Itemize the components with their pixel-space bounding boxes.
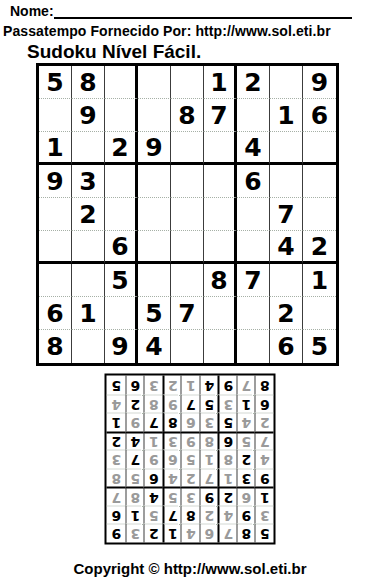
puzzle-cell-r6c2[interactable] bbox=[72, 231, 105, 264]
solution-cell-r5c8: 7 bbox=[125, 450, 144, 469]
puzzle-cell-r1c4[interactable] bbox=[138, 66, 171, 99]
puzzle-cell-r5c3[interactable] bbox=[105, 198, 138, 231]
puzzle-cell-r8c9[interactable] bbox=[303, 297, 336, 330]
solution-cell-r3c6: 5 bbox=[162, 487, 181, 506]
solution-cell-r9c6: 2 bbox=[162, 376, 181, 395]
solution-cell-r1c8: 3 bbox=[125, 524, 144, 543]
puzzle-cell-r1c8[interactable] bbox=[270, 66, 303, 99]
puzzle-cell-r3c9[interactable] bbox=[303, 132, 336, 165]
puzzle-cell-r1c9[interactable]: 9 bbox=[303, 66, 336, 99]
solution-cell-r6c1: 7 bbox=[255, 432, 274, 451]
puzzle-cell-r8c1[interactable]: 6 bbox=[39, 297, 72, 330]
solution-cell-r4c1: 9 bbox=[255, 469, 274, 488]
puzzle-cell-r3c5[interactable] bbox=[171, 132, 204, 165]
solution-cell-r9c1: 8 bbox=[255, 376, 274, 395]
puzzle-cell-r3c4[interactable]: 9 bbox=[138, 132, 171, 165]
puzzle-cell-r4c6[interactable] bbox=[204, 165, 237, 198]
solution-cell-r7c2: 4 bbox=[236, 413, 255, 432]
puzzle-cell-r5c4[interactable] bbox=[138, 198, 171, 231]
solution-cell-r8c2: 1 bbox=[236, 395, 255, 414]
puzzle-cell-r2c3[interactable] bbox=[105, 99, 138, 132]
solution-cell-r8c3: 3 bbox=[218, 395, 237, 414]
solution-cell-r9c8: 6 bbox=[125, 376, 144, 395]
puzzle-cell-r5c1[interactable] bbox=[39, 198, 72, 231]
solution-cell-r7c7: 7 bbox=[144, 413, 163, 432]
solution-cell-r4c2: 3 bbox=[236, 469, 255, 488]
solution-cell-r7c4: 3 bbox=[199, 413, 218, 432]
puzzle-cell-r6c4[interactable] bbox=[138, 231, 171, 264]
puzzle-cell-r7c4[interactable] bbox=[138, 264, 171, 297]
puzzle-cell-r1c7[interactable]: 2 bbox=[237, 66, 270, 99]
solution-cell-r8c6: 9 bbox=[162, 395, 181, 414]
puzzle-cell-r6c3[interactable]: 6 bbox=[105, 231, 138, 264]
solution-cell-r2c8: 1 bbox=[125, 506, 144, 525]
puzzle-cell-r5c8[interactable]: 7 bbox=[270, 198, 303, 231]
solution-cell-r5c9: 3 bbox=[107, 450, 126, 469]
solution-cell-r5c1: 4 bbox=[255, 450, 274, 469]
sudoku-puzzle-grid[interactable]: 581299871612949362764258716157289465 bbox=[36, 63, 339, 366]
solution-cell-r8c8: 2 bbox=[125, 395, 144, 414]
solution-cell-r5c6: 6 bbox=[162, 450, 181, 469]
solution-cell-r1c3: 7 bbox=[218, 524, 237, 543]
puzzle-cell-r1c1[interactable]: 5 bbox=[39, 66, 72, 99]
solution-cell-r8c1: 6 bbox=[255, 395, 274, 414]
puzzle-cell-r7c2[interactable] bbox=[72, 264, 105, 297]
puzzle-cell-r4c1[interactable]: 9 bbox=[39, 165, 72, 198]
puzzle-cell-r2c8[interactable]: 1 bbox=[270, 99, 303, 132]
solution-cell-r7c8: 9 bbox=[125, 413, 144, 432]
solution-cell-r4c7: 6 bbox=[144, 469, 163, 488]
puzzle-cell-r9c1[interactable]: 8 bbox=[39, 330, 72, 363]
solution-cell-r7c9: 1 bbox=[107, 413, 126, 432]
solution-cell-r5c3: 8 bbox=[218, 450, 237, 469]
puzzle-cell-r4c4[interactable] bbox=[138, 165, 171, 198]
puzzle-cell-r8c5[interactable]: 7 bbox=[171, 297, 204, 330]
solution-grid-area: 5876412393942875161629354879317246584281… bbox=[0, 374, 380, 545]
solution-cell-r1c9: 9 bbox=[107, 524, 126, 543]
puzzle-cell-r6c8[interactable]: 4 bbox=[270, 231, 303, 264]
puzzle-cell-r7c5[interactable] bbox=[171, 264, 204, 297]
solution-cell-r6c9: 2 bbox=[107, 432, 126, 451]
puzzle-cell-r7c3[interactable]: 5 bbox=[105, 264, 138, 297]
solution-cell-r7c3: 5 bbox=[218, 413, 237, 432]
solution-cell-r3c5: 3 bbox=[181, 487, 200, 506]
solution-cell-r3c2: 6 bbox=[236, 487, 255, 506]
solution-cell-r2c6: 7 bbox=[162, 506, 181, 525]
puzzle-cell-r7c8[interactable] bbox=[270, 264, 303, 297]
solution-cell-r7c5: 6 bbox=[181, 413, 200, 432]
solution-cell-r2c3: 4 bbox=[218, 506, 237, 525]
puzzle-cell-r2c5[interactable]: 8 bbox=[171, 99, 204, 132]
puzzle-cell-r3c2[interactable] bbox=[72, 132, 105, 165]
puzzle-cell-r2c4[interactable] bbox=[138, 99, 171, 132]
puzzle-cell-r1c3[interactable] bbox=[105, 66, 138, 99]
solution-cell-r1c5: 4 bbox=[181, 524, 200, 543]
solution-cell-r4c5: 2 bbox=[181, 469, 200, 488]
solution-cell-r8c5: 7 bbox=[181, 395, 200, 414]
solution-cell-r5c2: 2 bbox=[236, 450, 255, 469]
solution-cell-r2c1: 3 bbox=[255, 506, 274, 525]
worksheet-page: Nome: Passatempo Fornecido Por: http://w… bbox=[0, 4, 380, 577]
puzzle-cell-r3c8[interactable] bbox=[270, 132, 303, 165]
puzzle-cell-r5c7[interactable] bbox=[237, 198, 270, 231]
puzzle-cell-r9c9[interactable]: 5 bbox=[303, 330, 336, 363]
puzzle-cell-r4c2[interactable]: 3 bbox=[72, 165, 105, 198]
puzzle-cell-r9c5[interactable] bbox=[171, 330, 204, 363]
puzzle-cell-r6c7[interactable] bbox=[237, 231, 270, 264]
puzzle-cell-r2c6[interactable]: 7 bbox=[204, 99, 237, 132]
solution-cell-r4c9: 8 bbox=[107, 469, 126, 488]
solution-cell-r9c9: 5 bbox=[107, 376, 126, 395]
puzzle-cell-r7c9[interactable]: 1 bbox=[303, 264, 336, 297]
puzzle-cell-r6c1[interactable] bbox=[39, 231, 72, 264]
solution-cell-r3c4: 9 bbox=[199, 487, 218, 506]
solution-cell-r4c6: 4 bbox=[162, 469, 181, 488]
solution-cell-r9c2: 7 bbox=[236, 376, 255, 395]
puzzle-cell-r2c9[interactable]: 6 bbox=[303, 99, 336, 132]
puzzle-cell-r1c2[interactable]: 8 bbox=[72, 66, 105, 99]
puzzle-cell-r4c7[interactable]: 6 bbox=[237, 165, 270, 198]
solution-cell-r6c5: 9 bbox=[181, 432, 200, 451]
name-label: Nome: bbox=[10, 4, 54, 19]
puzzle-cell-r9c2[interactable] bbox=[72, 330, 105, 363]
puzzle-cell-r9c3[interactable]: 9 bbox=[105, 330, 138, 363]
solution-cell-r1c2: 8 bbox=[236, 524, 255, 543]
puzzle-cell-r2c1[interactable] bbox=[39, 99, 72, 132]
solution-cell-r2c5: 8 bbox=[181, 506, 200, 525]
solution-cell-r6c8: 4 bbox=[125, 432, 144, 451]
solution-cell-r2c7: 5 bbox=[144, 506, 163, 525]
solution-cell-r3c3: 2 bbox=[218, 487, 237, 506]
puzzle-cell-r8c3[interactable] bbox=[105, 297, 138, 330]
solution-cell-r6c6: 3 bbox=[162, 432, 181, 451]
solution-cell-r1c1: 5 bbox=[255, 524, 274, 543]
solution-cell-r1c7: 2 bbox=[144, 524, 163, 543]
puzzle-cell-r3c3[interactable]: 2 bbox=[105, 132, 138, 165]
puzzle-cell-r5c6[interactable] bbox=[204, 198, 237, 231]
puzzle-cell-r4c5[interactable] bbox=[171, 165, 204, 198]
name-row: Nome: bbox=[10, 4, 352, 19]
solution-cell-r4c8: 5 bbox=[125, 469, 144, 488]
puzzle-cell-r2c2[interactable]: 9 bbox=[72, 99, 105, 132]
solution-cell-r7c1: 2 bbox=[255, 413, 274, 432]
solution-cell-r6c3: 6 bbox=[218, 432, 237, 451]
solution-cell-r6c4: 8 bbox=[199, 432, 218, 451]
solution-cell-r2c9: 6 bbox=[107, 506, 126, 525]
solution-cell-r4c3: 1 bbox=[218, 469, 237, 488]
solution-cell-r1c4: 6 bbox=[199, 524, 218, 543]
puzzle-cell-r2c7[interactable] bbox=[237, 99, 270, 132]
puzzle-cell-r8c2[interactable]: 1 bbox=[72, 297, 105, 330]
puzzle-cell-r7c6[interactable]: 8 bbox=[204, 264, 237, 297]
puzzle-cell-r3c1[interactable]: 1 bbox=[39, 132, 72, 165]
solution-cell-r2c4: 2 bbox=[199, 506, 218, 525]
solution-cell-r1c6: 1 bbox=[162, 524, 181, 543]
puzzle-cell-r3c6[interactable] bbox=[204, 132, 237, 165]
solution-cell-r3c1: 1 bbox=[255, 487, 274, 506]
provided-by-text: Passatempo Fornecido Por: http://www.sol… bbox=[3, 23, 380, 39]
page-title: Sudoku Nível Fácil. bbox=[27, 42, 380, 62]
puzzle-cell-r5c9[interactable] bbox=[303, 198, 336, 231]
puzzle-cell-r1c5[interactable] bbox=[171, 66, 204, 99]
puzzle-cell-r4c9[interactable] bbox=[303, 165, 336, 198]
puzzle-cell-r4c8[interactable] bbox=[270, 165, 303, 198]
name-blank-line[interactable] bbox=[54, 5, 352, 19]
puzzle-cell-r8c4[interactable]: 5 bbox=[138, 297, 171, 330]
solution-cell-r5c7: 9 bbox=[144, 450, 163, 469]
solution-cell-r7c6: 8 bbox=[162, 413, 181, 432]
puzzle-grid-area: 581299871612949362764258716157289465 bbox=[36, 63, 380, 366]
sudoku-solution-grid-upside-down: 5876412393942875161629354879317246584281… bbox=[105, 374, 276, 545]
puzzle-cell-r9c6[interactable] bbox=[204, 330, 237, 363]
copyright-text: Copyright © http://www.sol.eti.br bbox=[0, 560, 380, 577]
puzzle-cell-r3c7[interactable]: 4 bbox=[237, 132, 270, 165]
puzzle-cell-r8c8[interactable]: 2 bbox=[270, 297, 303, 330]
solution-cell-r3c8: 8 bbox=[125, 487, 144, 506]
puzzle-cell-r6c9[interactable]: 2 bbox=[303, 231, 336, 264]
puzzle-cell-r6c5[interactable] bbox=[171, 231, 204, 264]
solution-cell-r2c2: 9 bbox=[236, 506, 255, 525]
puzzle-cell-r4c3[interactable] bbox=[105, 165, 138, 198]
solution-cell-r3c9: 7 bbox=[107, 487, 126, 506]
puzzle-cell-r9c4[interactable]: 4 bbox=[138, 330, 171, 363]
solution-cell-r9c5: 1 bbox=[181, 376, 200, 395]
puzzle-cell-r5c5[interactable] bbox=[171, 198, 204, 231]
solution-cell-r9c7: 3 bbox=[144, 376, 163, 395]
solution-cell-r5c5: 5 bbox=[181, 450, 200, 469]
solution-cell-r6c7: 1 bbox=[144, 432, 163, 451]
solution-cell-r8c7: 8 bbox=[144, 395, 163, 414]
solution-cell-r6c2: 5 bbox=[236, 432, 255, 451]
puzzle-cell-r6c6[interactable] bbox=[204, 231, 237, 264]
solution-cell-r9c3: 9 bbox=[218, 376, 237, 395]
solution-cell-r5c4: 1 bbox=[199, 450, 218, 469]
puzzle-cell-r9c8[interactable]: 6 bbox=[270, 330, 303, 363]
puzzle-cell-r8c6[interactable] bbox=[204, 297, 237, 330]
solution-cell-r9c4: 4 bbox=[199, 376, 218, 395]
puzzle-cell-r7c7[interactable]: 7 bbox=[237, 264, 270, 297]
puzzle-cell-r8c7[interactable] bbox=[237, 297, 270, 330]
puzzle-cell-r1c6[interactable]: 1 bbox=[204, 66, 237, 99]
puzzle-cell-r5c2[interactable]: 2 bbox=[72, 198, 105, 231]
solution-cell-r3c7: 4 bbox=[144, 487, 163, 506]
puzzle-cell-r7c1[interactable] bbox=[39, 264, 72, 297]
solution-cell-r8c4: 5 bbox=[199, 395, 218, 414]
solution-cell-r8c9: 4 bbox=[107, 395, 126, 414]
solution-cell-r4c4: 7 bbox=[199, 469, 218, 488]
puzzle-cell-r9c7[interactable] bbox=[237, 330, 270, 363]
